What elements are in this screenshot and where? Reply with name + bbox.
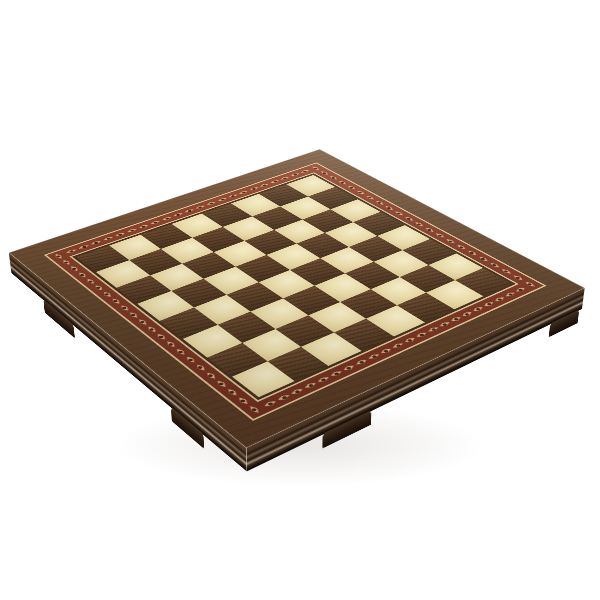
square-g1 bbox=[207, 343, 268, 377]
square-h5 bbox=[366, 305, 425, 336]
square-g5 bbox=[340, 289, 397, 319]
inlay-diamond bbox=[204, 371, 217, 380]
inlay-diamond bbox=[379, 347, 393, 354]
inlay-diamond bbox=[53, 253, 64, 259]
inlay-diamond bbox=[471, 306, 484, 313]
inlay-diamond bbox=[155, 333, 168, 341]
inlay-diamond bbox=[393, 211, 405, 217]
inlay-diamond bbox=[303, 381, 318, 389]
inlay-diamond bbox=[110, 298, 122, 305]
inlay-diamond bbox=[316, 376, 331, 384]
inlay-diamond bbox=[514, 286, 527, 292]
inlay-diamond bbox=[460, 311, 474, 318]
square-g3 bbox=[276, 315, 335, 347]
inlay-diamond bbox=[367, 353, 382, 361]
inlay-diamond bbox=[444, 238, 456, 244]
inlay-diamond bbox=[477, 256, 490, 262]
inlay-diamond bbox=[403, 336, 417, 343]
inlay-diamond bbox=[438, 321, 452, 328]
inlay-diamond bbox=[337, 180, 348, 185]
inlay-diamond bbox=[482, 301, 495, 308]
square-f4 bbox=[283, 286, 340, 315]
square-e4 bbox=[259, 270, 314, 298]
square-c1 bbox=[116, 275, 171, 304]
square-h8 bbox=[455, 268, 511, 296]
square-h6 bbox=[397, 293, 455, 323]
product-photo-stage bbox=[0, 0, 600, 600]
square-d1 bbox=[137, 291, 193, 321]
inlay-diamond bbox=[247, 405, 261, 414]
inlay-diamond bbox=[146, 326, 159, 334]
inlay-diamond bbox=[374, 200, 385, 205]
inlay-diamond bbox=[500, 268, 513, 275]
inlay-diamond bbox=[342, 364, 357, 372]
inlay-diamond bbox=[128, 311, 140, 318]
inlay-diamond bbox=[215, 379, 229, 388]
inlay-diamond bbox=[384, 205, 395, 211]
square-g2 bbox=[242, 329, 302, 362]
inlay-diamond bbox=[77, 272, 88, 279]
inlay-diamond bbox=[137, 318, 149, 326]
inlay-diamond bbox=[184, 355, 197, 363]
bracket-foot-left-corner bbox=[43, 299, 75, 338]
inlay-diamond bbox=[101, 291, 113, 298]
square-g6 bbox=[370, 277, 426, 306]
inlay-diamond bbox=[523, 281, 536, 288]
inlay-diamond bbox=[346, 185, 357, 190]
square-d2 bbox=[171, 279, 227, 308]
square-f1 bbox=[183, 325, 242, 358]
inlay-diamond bbox=[93, 284, 105, 291]
inlay-diamond bbox=[426, 326, 440, 333]
inlay-diamond bbox=[493, 296, 506, 303]
inlay-diamond bbox=[455, 244, 467, 250]
square-f5 bbox=[314, 273, 370, 301]
square-h1 bbox=[232, 362, 294, 398]
inlay-diamond bbox=[355, 190, 366, 195]
inlay-diamond bbox=[225, 388, 239, 397]
inlay-diamond bbox=[319, 170, 330, 175]
inlay-diamond bbox=[403, 216, 415, 222]
inlay-diamond bbox=[503, 291, 516, 297]
inlay-diamond bbox=[289, 387, 304, 395]
inlay-diamond bbox=[262, 400, 278, 408]
square-h3 bbox=[302, 333, 362, 366]
inlay-diamond bbox=[512, 274, 525, 281]
inlay-diamond bbox=[434, 232, 446, 238]
inlay-diamond bbox=[119, 304, 131, 311]
inlay-diamond bbox=[466, 250, 479, 256]
inlay-diamond bbox=[194, 363, 207, 371]
inlay-diamond bbox=[69, 265, 80, 272]
square-f2 bbox=[217, 311, 275, 342]
square-h4 bbox=[334, 319, 393, 351]
square-d3 bbox=[204, 267, 259, 295]
square-h2 bbox=[268, 347, 329, 381]
inlay-diamond bbox=[165, 340, 178, 348]
inlay-diamond bbox=[391, 342, 405, 349]
inlay-diamond bbox=[174, 348, 187, 356]
square-e1 bbox=[160, 308, 218, 339]
inlay-diamond bbox=[488, 262, 501, 268]
inlay-diamond bbox=[365, 195, 376, 200]
square-f3 bbox=[251, 298, 308, 328]
inlay-diamond bbox=[328, 175, 339, 180]
square-g4 bbox=[308, 302, 366, 333]
inlay-diamond bbox=[354, 358, 369, 366]
inlay-diamond bbox=[413, 221, 425, 227]
square-e3 bbox=[227, 282, 283, 311]
inlay-diamond bbox=[236, 396, 250, 405]
inlay-diamond bbox=[415, 331, 429, 338]
inlay-diamond bbox=[85, 278, 97, 285]
inlay-diamond bbox=[329, 370, 344, 378]
inlay-diamond bbox=[276, 393, 291, 401]
inlay-diamond bbox=[449, 316, 463, 323]
bracket-foot-right-corner bbox=[549, 309, 580, 337]
square-h7 bbox=[427, 280, 484, 309]
inlay-diamond bbox=[424, 227, 436, 233]
square-e2 bbox=[194, 295, 251, 325]
inlay-diamond bbox=[61, 259, 72, 265]
